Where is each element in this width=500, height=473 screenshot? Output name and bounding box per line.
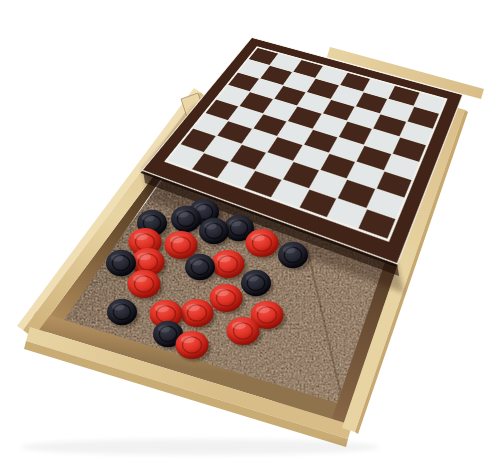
piece-highlight [246,275,259,282]
piece-highlight [217,255,231,262]
piece-disc [185,254,215,280]
piece-disc [181,299,214,327]
piece-highlight [176,211,189,218]
piece-highlight [111,255,124,262]
piece-highlight [186,304,200,311]
piece-disc [246,229,279,257]
piece-highlight [155,305,169,312]
piece-disc [227,317,260,345]
piece-disc [278,242,308,268]
piece-highlight [215,289,229,296]
piece-disc [107,299,137,325]
piece-disc [199,218,229,244]
piece-highlight [283,247,296,254]
piece-highlight [229,220,242,227]
piece-disc [210,284,243,312]
piece-highlight [142,215,155,222]
piece-disc [106,250,136,276]
piece-highlight [190,259,203,266]
piece-highlight [256,306,270,313]
product-photo-stage [0,0,500,473]
piece-highlight [251,234,265,241]
piece-disc [128,270,161,298]
piece-highlight [137,253,151,260]
piece-highlight [232,322,246,329]
piece-highlight [170,236,184,243]
piece-highlight [204,223,217,230]
piece-disc [241,270,271,296]
piece-highlight [112,304,125,311]
piece-highlight [133,275,147,282]
piece-highlight [158,326,171,333]
piece-highlight [181,336,195,343]
piece-highlight [134,233,148,240]
piece-disc [176,331,209,359]
piece-disc [165,231,198,259]
ground-shadow [20,439,380,455]
piece-disc [171,206,201,232]
